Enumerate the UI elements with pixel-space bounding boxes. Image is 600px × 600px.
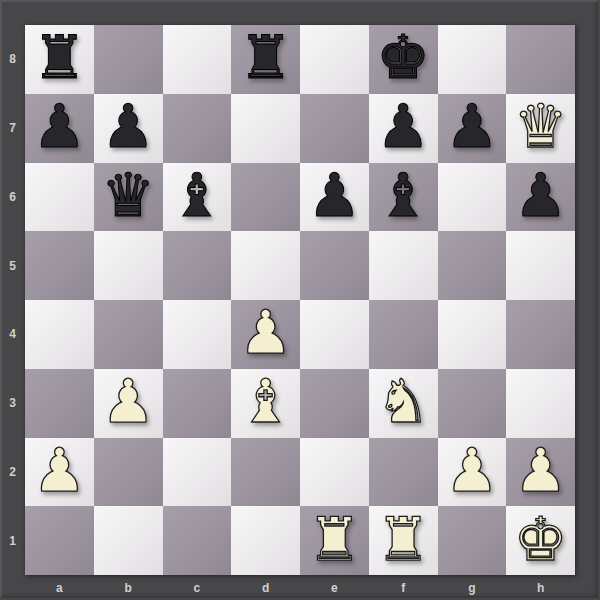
rank-label-5: 5 bbox=[0, 231, 25, 300]
square-d5[interactable] bbox=[231, 231, 300, 300]
square-b5[interactable] bbox=[94, 231, 163, 300]
rank-label-2: 2 bbox=[0, 438, 25, 507]
square-g3[interactable] bbox=[438, 369, 507, 438]
black-pawn-g7[interactable]: ♟ bbox=[445, 96, 499, 156]
board-frame: 87654321 abcdefgh ♜♜♚♟♟♟♟♛♛♝♟♝♟♟♟♝♞♟♟♟♜♜… bbox=[0, 0, 600, 600]
white-pawn-g2[interactable]: ♟ bbox=[445, 440, 499, 500]
square-c6[interactable]: ♝ bbox=[163, 163, 232, 232]
square-c1[interactable] bbox=[163, 506, 232, 575]
square-a6[interactable] bbox=[25, 163, 94, 232]
square-e5[interactable] bbox=[300, 231, 369, 300]
black-king-f8[interactable]: ♚ bbox=[376, 27, 430, 87]
square-a1[interactable] bbox=[25, 506, 94, 575]
square-b8[interactable] bbox=[94, 25, 163, 94]
square-c3[interactable] bbox=[163, 369, 232, 438]
black-pawn-e6[interactable]: ♟ bbox=[307, 165, 361, 225]
square-e4[interactable] bbox=[300, 300, 369, 369]
rank-label-7: 7 bbox=[0, 94, 25, 163]
square-b6[interactable]: ♛ bbox=[94, 163, 163, 232]
square-e7[interactable] bbox=[300, 94, 369, 163]
white-knight-f3[interactable]: ♞ bbox=[376, 371, 430, 431]
black-rook-a8[interactable]: ♜ bbox=[32, 27, 86, 87]
square-d3[interactable]: ♝ bbox=[231, 369, 300, 438]
square-a4[interactable] bbox=[25, 300, 94, 369]
black-pawn-f7[interactable]: ♟ bbox=[376, 96, 430, 156]
black-bishop-f6[interactable]: ♝ bbox=[376, 165, 430, 225]
square-d1[interactable] bbox=[231, 506, 300, 575]
square-f8[interactable]: ♚ bbox=[369, 25, 438, 94]
square-e3[interactable] bbox=[300, 369, 369, 438]
file-label-a: a bbox=[25, 575, 94, 600]
rank-label-1: 1 bbox=[0, 506, 25, 575]
square-h6[interactable]: ♟ bbox=[506, 163, 575, 232]
white-king-h1[interactable]: ♚ bbox=[514, 509, 568, 569]
file-label-b: b bbox=[94, 575, 163, 600]
square-h3[interactable] bbox=[506, 369, 575, 438]
square-h2[interactable]: ♟ bbox=[506, 438, 575, 507]
square-f3[interactable]: ♞ bbox=[369, 369, 438, 438]
rank-label-4: 4 bbox=[0, 300, 25, 369]
file-label-c: c bbox=[163, 575, 232, 600]
square-h1[interactable]: ♚ bbox=[506, 506, 575, 575]
square-g4[interactable] bbox=[438, 300, 507, 369]
square-f2[interactable] bbox=[369, 438, 438, 507]
rank-labels: 87654321 bbox=[0, 25, 25, 575]
square-f6[interactable]: ♝ bbox=[369, 163, 438, 232]
square-f5[interactable] bbox=[369, 231, 438, 300]
square-b2[interactable] bbox=[94, 438, 163, 507]
file-label-f: f bbox=[369, 575, 438, 600]
square-a8[interactable]: ♜ bbox=[25, 25, 94, 94]
square-g6[interactable] bbox=[438, 163, 507, 232]
file-label-d: d bbox=[231, 575, 300, 600]
square-e1[interactable]: ♜ bbox=[300, 506, 369, 575]
square-h5[interactable] bbox=[506, 231, 575, 300]
square-d4[interactable]: ♟ bbox=[231, 300, 300, 369]
square-g1[interactable] bbox=[438, 506, 507, 575]
square-c7[interactable] bbox=[163, 94, 232, 163]
square-b7[interactable]: ♟ bbox=[94, 94, 163, 163]
white-pawn-h2[interactable]: ♟ bbox=[514, 440, 568, 500]
square-g8[interactable] bbox=[438, 25, 507, 94]
square-a3[interactable] bbox=[25, 369, 94, 438]
square-h7[interactable]: ♛ bbox=[506, 94, 575, 163]
white-bishop-d3[interactable]: ♝ bbox=[239, 371, 293, 431]
square-c8[interactable] bbox=[163, 25, 232, 94]
square-d2[interactable] bbox=[231, 438, 300, 507]
file-labels: abcdefgh bbox=[25, 575, 575, 600]
square-h8[interactable] bbox=[506, 25, 575, 94]
square-d6[interactable] bbox=[231, 163, 300, 232]
rank-label-3: 3 bbox=[0, 369, 25, 438]
square-f1[interactable]: ♜ bbox=[369, 506, 438, 575]
black-pawn-h6[interactable]: ♟ bbox=[514, 165, 568, 225]
white-rook-e1[interactable]: ♜ bbox=[307, 509, 361, 569]
black-queen-b6[interactable]: ♛ bbox=[101, 165, 155, 225]
square-f4[interactable] bbox=[369, 300, 438, 369]
square-g5[interactable] bbox=[438, 231, 507, 300]
square-e6[interactable]: ♟ bbox=[300, 163, 369, 232]
square-b4[interactable] bbox=[94, 300, 163, 369]
file-label-h: h bbox=[506, 575, 575, 600]
square-a7[interactable]: ♟ bbox=[25, 94, 94, 163]
square-c2[interactable] bbox=[163, 438, 232, 507]
file-label-e: e bbox=[300, 575, 369, 600]
square-d8[interactable]: ♜ bbox=[231, 25, 300, 94]
white-pawn-a2[interactable]: ♟ bbox=[32, 440, 86, 500]
rank-label-8: 8 bbox=[0, 25, 25, 94]
white-rook-f1[interactable]: ♜ bbox=[376, 509, 430, 569]
square-h4[interactable] bbox=[506, 300, 575, 369]
square-g2[interactable]: ♟ bbox=[438, 438, 507, 507]
white-queen-h7[interactable]: ♛ bbox=[514, 96, 568, 156]
square-e2[interactable] bbox=[300, 438, 369, 507]
white-pawn-d4[interactable]: ♟ bbox=[239, 302, 293, 362]
black-bishop-c6[interactable]: ♝ bbox=[170, 165, 224, 225]
white-pawn-b3[interactable]: ♟ bbox=[101, 371, 155, 431]
square-f7[interactable]: ♟ bbox=[369, 94, 438, 163]
square-e8[interactable] bbox=[300, 25, 369, 94]
square-b1[interactable] bbox=[94, 506, 163, 575]
black-pawn-b7[interactable]: ♟ bbox=[101, 96, 155, 156]
square-b3[interactable]: ♟ bbox=[94, 369, 163, 438]
square-a2[interactable]: ♟ bbox=[25, 438, 94, 507]
square-c4[interactable] bbox=[163, 300, 232, 369]
file-label-g: g bbox=[438, 575, 507, 600]
black-pawn-a7[interactable]: ♟ bbox=[32, 96, 86, 156]
chess-board[interactable]: ♜♜♚♟♟♟♟♛♛♝♟♝♟♟♟♝♞♟♟♟♜♜♚ bbox=[25, 25, 575, 575]
square-g7[interactable]: ♟ bbox=[438, 94, 507, 163]
rank-label-6: 6 bbox=[0, 163, 25, 232]
square-a5[interactable] bbox=[25, 231, 94, 300]
square-d7[interactable] bbox=[231, 94, 300, 163]
square-c5[interactable] bbox=[163, 231, 232, 300]
black-rook-d8[interactable]: ♜ bbox=[239, 27, 293, 87]
